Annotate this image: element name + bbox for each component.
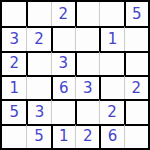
cell-r2c6[interactable] <box>124 26 148 50</box>
cell-r5c1[interactable]: 5 <box>2 99 26 123</box>
cell-r5c2[interactable]: 3 <box>26 99 50 123</box>
cell-r2c1[interactable]: 3 <box>2 26 26 50</box>
cell-r6c5[interactable]: 6 <box>99 124 123 148</box>
cell-r2c2[interactable]: 2 <box>26 26 50 50</box>
cell-r3c1[interactable]: 2 <box>2 51 26 75</box>
cell-r2c4[interactable] <box>75 26 99 50</box>
cell-r1c2[interactable] <box>26 2 50 26</box>
cell-r4c5[interactable] <box>99 75 123 99</box>
cell-r5c6[interactable] <box>124 99 148 123</box>
cell-r4c2[interactable] <box>26 75 50 99</box>
cell-r6c3[interactable]: 1 <box>51 124 75 148</box>
cell-r1c5[interactable] <box>99 2 123 26</box>
cell-r4c4[interactable]: 3 <box>75 75 99 99</box>
cell-r3c4[interactable] <box>75 51 99 75</box>
cell-r2c5[interactable]: 1 <box>99 26 123 50</box>
cell-r3c6[interactable] <box>124 51 148 75</box>
cell-r1c6[interactable]: 5 <box>124 2 148 26</box>
cell-r6c4[interactable]: 2 <box>75 124 99 148</box>
cell-r5c5[interactable]: 2 <box>99 99 123 123</box>
cell-r4c6[interactable]: 2 <box>124 75 148 99</box>
cell-r5c4[interactable] <box>75 99 99 123</box>
cell-r6c6[interactable] <box>124 124 148 148</box>
cell-r3c3[interactable]: 3 <box>51 51 75 75</box>
cell-r6c2[interactable]: 5 <box>26 124 50 148</box>
sudoku-board: 253212316325325126 <box>0 0 150 150</box>
cell-r6c1[interactable] <box>2 124 26 148</box>
cell-r4c3[interactable]: 6 <box>51 75 75 99</box>
cell-r3c2[interactable] <box>26 51 50 75</box>
cell-r2c3[interactable] <box>51 26 75 50</box>
cell-r1c1[interactable] <box>2 2 26 26</box>
cell-r1c4[interactable] <box>75 2 99 26</box>
cell-r4c1[interactable]: 1 <box>2 75 26 99</box>
cell-r3c5[interactable] <box>99 51 123 75</box>
cell-r1c3[interactable]: 2 <box>51 2 75 26</box>
cell-r5c3[interactable] <box>51 99 75 123</box>
